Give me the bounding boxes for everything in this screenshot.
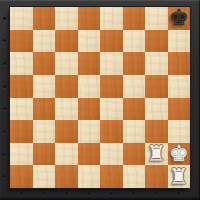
square-h4[interactable] xyxy=(168,98,191,121)
square-g5[interactable] xyxy=(145,75,168,98)
frame-rivet-left-2 xyxy=(3,62,6,65)
square-g6[interactable] xyxy=(145,52,168,75)
square-f1[interactable] xyxy=(123,165,146,188)
square-b1[interactable] xyxy=(33,165,56,188)
square-h8[interactable]: ♚ xyxy=(168,7,191,30)
square-g3[interactable] xyxy=(145,120,168,143)
piece-white-rook-h1[interactable]: ♜ xyxy=(168,165,191,188)
square-c6[interactable] xyxy=(55,52,78,75)
square-d8[interactable] xyxy=(78,7,101,30)
square-c1[interactable] xyxy=(55,165,78,188)
frame-rivet-bottom-6 xyxy=(155,192,158,195)
square-d1[interactable] xyxy=(78,165,101,188)
frame-rivet-bottom-2 xyxy=(65,192,68,195)
frame-rivet-left-5 xyxy=(3,130,6,133)
square-d5[interactable] xyxy=(78,75,101,98)
frame-rivet-bottom-5 xyxy=(132,192,135,195)
square-e4[interactable] xyxy=(100,98,123,121)
frame-rivet-bottom-3 xyxy=(87,192,90,195)
frame-rivet-left-0 xyxy=(3,17,6,20)
piece-black-king-h8[interactable]: ♚ xyxy=(168,7,191,30)
square-g8[interactable] xyxy=(145,7,168,30)
square-b6[interactable] xyxy=(33,52,56,75)
square-e3[interactable] xyxy=(100,120,123,143)
square-f2[interactable] xyxy=(123,143,146,166)
square-c8[interactable] xyxy=(55,7,78,30)
square-d2[interactable] xyxy=(78,143,101,166)
square-b5[interactable] xyxy=(33,75,56,98)
square-h1[interactable]: ♜ xyxy=(168,165,191,188)
square-h2[interactable]: ♚ xyxy=(168,143,191,166)
square-f3[interactable] xyxy=(123,120,146,143)
frame-rivet-left-1 xyxy=(3,39,6,42)
piece-white-rook-g2[interactable]: ♜ xyxy=(145,143,168,166)
frame-rivet-bottom-4 xyxy=(110,192,113,195)
square-b3[interactable] xyxy=(33,120,56,143)
frame-rivet-bottom-7 xyxy=(177,192,180,195)
square-c7[interactable] xyxy=(55,30,78,53)
square-g2[interactable]: ♜ xyxy=(145,143,168,166)
square-h5[interactable] xyxy=(168,75,191,98)
piece-white-king-h2[interactable]: ♚ xyxy=(168,143,191,166)
square-c4[interactable] xyxy=(55,98,78,121)
square-d6[interactable] xyxy=(78,52,101,75)
frame-rivet-left-6 xyxy=(3,153,6,156)
frame-rivet-bottom-1 xyxy=(42,192,45,195)
square-d3[interactable] xyxy=(78,120,101,143)
frame-rivet-left-3 xyxy=(3,85,6,88)
chess-app-window: ♚♜♚♜ xyxy=(0,0,200,200)
square-h3[interactable] xyxy=(168,120,191,143)
square-a2[interactable] xyxy=(10,143,33,166)
square-a6[interactable] xyxy=(10,52,33,75)
square-f5[interactable] xyxy=(123,75,146,98)
square-b7[interactable] xyxy=(33,30,56,53)
square-f7[interactable] xyxy=(123,30,146,53)
square-a1[interactable] xyxy=(10,165,33,188)
square-h7[interactable] xyxy=(168,30,191,53)
frame-rivet-left-7 xyxy=(3,175,6,178)
square-a8[interactable] xyxy=(10,7,33,30)
square-g1[interactable] xyxy=(145,165,168,188)
square-d4[interactable] xyxy=(78,98,101,121)
square-g7[interactable] xyxy=(145,30,168,53)
square-b2[interactable] xyxy=(33,143,56,166)
frame-rivet-left-4 xyxy=(3,107,6,110)
square-f8[interactable] xyxy=(123,7,146,30)
square-e8[interactable] xyxy=(100,7,123,30)
square-h6[interactable] xyxy=(168,52,191,75)
square-b4[interactable] xyxy=(33,98,56,121)
square-e5[interactable] xyxy=(100,75,123,98)
square-d7[interactable] xyxy=(78,30,101,53)
square-c2[interactable] xyxy=(55,143,78,166)
square-a7[interactable] xyxy=(10,30,33,53)
square-c5[interactable] xyxy=(55,75,78,98)
square-f4[interactable] xyxy=(123,98,146,121)
square-a5[interactable] xyxy=(10,75,33,98)
frame-rivet-bottom-0 xyxy=(20,192,23,195)
square-e7[interactable] xyxy=(100,30,123,53)
square-f6[interactable] xyxy=(123,52,146,75)
square-a4[interactable] xyxy=(10,98,33,121)
chess-board: ♚♜♚♜ xyxy=(10,7,190,188)
square-e2[interactable] xyxy=(100,143,123,166)
square-e6[interactable] xyxy=(100,52,123,75)
square-b8[interactable] xyxy=(33,7,56,30)
square-c3[interactable] xyxy=(55,120,78,143)
square-e1[interactable] xyxy=(100,165,123,188)
square-g4[interactable] xyxy=(145,98,168,121)
square-a3[interactable] xyxy=(10,120,33,143)
